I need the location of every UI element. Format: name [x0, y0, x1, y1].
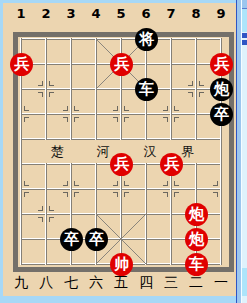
blue-bars-icon: [242, 33, 247, 38]
blue-bars-icon: [242, 40, 247, 45]
point-mark: [74, 181, 79, 186]
point-mark: [49, 92, 54, 97]
piece-black-cannon[interactable]: 炮: [210, 78, 233, 101]
panel-cyan-top: [242, 9, 247, 32]
piece-red-cannon[interactable]: 炮: [185, 203, 208, 226]
piece-black-soldier[interactable]: 卒: [85, 228, 108, 251]
panel-cyan-bottom: [242, 268, 247, 296]
piece-black-chariot[interactable]: 车: [135, 78, 158, 101]
point-mark: [213, 192, 218, 197]
coordinate-label: 八: [35, 274, 57, 292]
xiangqi-app: 123456789 楚河汉界 九八七六五四三二一 将兵兵兵车炮卒兵兵炮卒卒炮帅车: [0, 0, 247, 303]
point-mark: [124, 106, 129, 111]
piece-red-general[interactable]: 帅: [110, 253, 133, 276]
point-mark: [113, 192, 118, 197]
point-mark: [38, 217, 43, 222]
point-mark: [113, 181, 118, 186]
point-mark: [49, 217, 54, 222]
point-mark: [24, 181, 29, 186]
piece-black-soldier[interactable]: 卒: [60, 228, 83, 251]
point-mark: [24, 192, 29, 197]
panel-top-cap: [242, 0, 247, 8]
point-mark: [38, 92, 43, 97]
piece-red-soldier[interactable]: 兵: [210, 53, 233, 76]
point-mark: [74, 192, 79, 197]
point-mark: [63, 117, 68, 122]
piece-black-general[interactable]: 将: [135, 28, 158, 51]
point-mark: [63, 106, 68, 111]
point-mark: [163, 181, 168, 186]
river-label: 汉: [142, 143, 158, 161]
point-mark: [74, 106, 79, 111]
coordinate-label: 六: [85, 274, 107, 292]
point-mark: [49, 81, 54, 86]
point-mark: [63, 181, 68, 186]
piece-red-soldier[interactable]: 兵: [110, 53, 133, 76]
point-mark: [49, 206, 54, 211]
point-mark: [38, 206, 43, 211]
point-mark: [213, 181, 218, 186]
panel-white-line: [241, 0, 242, 303]
point-mark: [174, 181, 179, 186]
point-mark: [74, 117, 79, 122]
point-mark: [174, 117, 179, 122]
point-mark: [188, 81, 193, 86]
point-mark: [199, 81, 204, 86]
point-mark: [163, 117, 168, 122]
point-mark: [124, 192, 129, 197]
coordinate-label: 四: [135, 274, 157, 292]
piece-red-soldier[interactable]: 兵: [10, 53, 33, 76]
coordinate-label: 二: [185, 274, 207, 292]
point-mark: [188, 92, 193, 97]
river-label: 楚: [49, 143, 65, 161]
point-mark: [113, 106, 118, 111]
river-label: 界: [180, 143, 196, 161]
piece-red-soldier[interactable]: 兵: [110, 153, 133, 176]
point-mark: [174, 106, 179, 111]
point-mark: [24, 106, 29, 111]
coordinate-label: 一: [210, 274, 232, 292]
coordinate-label: 三: [160, 274, 182, 292]
piece-red-chariot[interactable]: 车: [185, 253, 208, 276]
point-mark: [38, 81, 43, 86]
piece-red-soldier[interactable]: 兵: [160, 153, 183, 176]
point-mark: [113, 117, 118, 122]
coordinate-label: 七: [60, 274, 82, 292]
point-mark: [174, 192, 179, 197]
coordinate-label: 五: [110, 274, 132, 292]
point-mark: [163, 192, 168, 197]
adjacent-window-edge: [236, 0, 247, 303]
point-mark: [199, 92, 204, 97]
coordinate-label: 九: [10, 274, 32, 292]
river-label: 河: [95, 143, 111, 161]
piece-red-cannon[interactable]: 炮: [185, 228, 208, 251]
point-mark: [124, 117, 129, 122]
point-mark: [163, 106, 168, 111]
point-mark: [124, 181, 129, 186]
point-mark: [24, 117, 29, 122]
piece-black-soldier[interactable]: 卒: [210, 103, 233, 126]
point-mark: [63, 192, 68, 197]
